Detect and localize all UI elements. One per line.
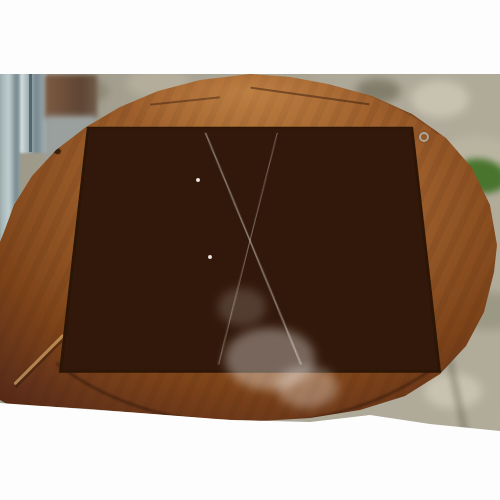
white-speck (208, 255, 212, 259)
reflection-smudge (218, 288, 266, 326)
background-brick (45, 75, 97, 119)
chair-slat-line (29, 74, 32, 152)
overexposed-top (0, 0, 500, 74)
photo-chess-table-scene (0, 0, 500, 500)
reflection-smudge (276, 366, 338, 408)
brass-ring-fitting (419, 132, 429, 142)
white-speck (196, 178, 200, 182)
